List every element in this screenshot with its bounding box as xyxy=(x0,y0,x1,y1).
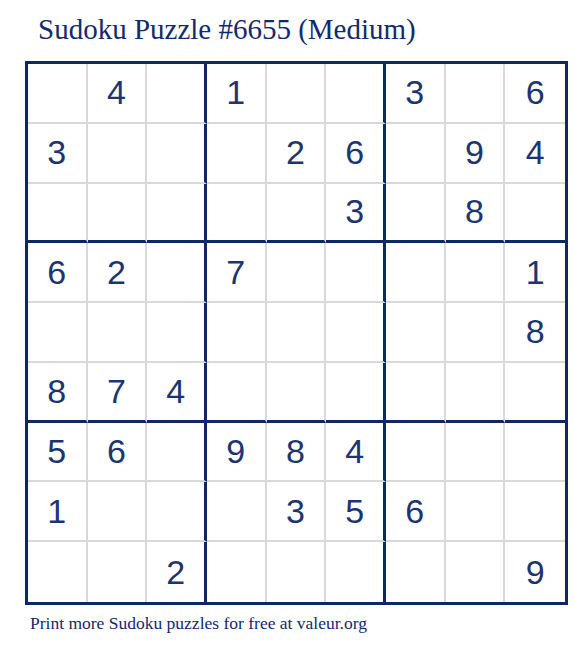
cell-r7c3[interactable] xyxy=(147,423,207,483)
cell-r4c8[interactable] xyxy=(446,243,506,303)
cell-r2c4[interactable] xyxy=(207,124,267,184)
cell-r8c6[interactable]: 5 xyxy=(326,482,386,542)
cell-r5c8[interactable] xyxy=(446,303,506,363)
cell-r4c6[interactable] xyxy=(326,243,386,303)
cell-r6c9[interactable] xyxy=(505,363,565,423)
cell-r8c8[interactable] xyxy=(446,482,506,542)
cell-r5c5[interactable] xyxy=(267,303,327,363)
cell-r9c3[interactable]: 2 xyxy=(147,542,207,602)
footer-text: Print more Sudoku puzzles for free at va… xyxy=(30,613,367,634)
cell-r3c8[interactable]: 8 xyxy=(446,184,506,244)
cell-r9c2[interactable] xyxy=(88,542,148,602)
cell-r1c6[interactable] xyxy=(326,64,386,124)
cell-r2c6[interactable]: 6 xyxy=(326,124,386,184)
cell-r2c8[interactable]: 9 xyxy=(446,124,506,184)
cell-r9c6[interactable] xyxy=(326,542,386,602)
cell-r6c5[interactable] xyxy=(267,363,327,423)
cell-r1c3[interactable] xyxy=(147,64,207,124)
cell-r5c3[interactable] xyxy=(147,303,207,363)
cell-r3c9[interactable] xyxy=(505,184,565,244)
cell-r7c4[interactable]: 9 xyxy=(207,423,267,483)
cell-r4c2[interactable]: 2 xyxy=(88,243,148,303)
cell-r7c9[interactable] xyxy=(505,423,565,483)
cell-r3c4[interactable] xyxy=(207,184,267,244)
cell-r6c3[interactable]: 4 xyxy=(147,363,207,423)
cell-r2c2[interactable] xyxy=(88,124,148,184)
cell-r6c1[interactable]: 8 xyxy=(28,363,88,423)
cell-r4c4[interactable]: 7 xyxy=(207,243,267,303)
cell-r5c7[interactable] xyxy=(386,303,446,363)
cell-r6c2[interactable]: 7 xyxy=(88,363,148,423)
cell-r6c8[interactable] xyxy=(446,363,506,423)
cell-r5c6[interactable] xyxy=(326,303,386,363)
cell-r3c2[interactable] xyxy=(88,184,148,244)
cell-r7c5[interactable]: 8 xyxy=(267,423,327,483)
cell-r9c7[interactable] xyxy=(386,542,446,602)
cell-r8c3[interactable] xyxy=(147,482,207,542)
cell-r8c1[interactable]: 1 xyxy=(28,482,88,542)
cell-r6c7[interactable] xyxy=(386,363,446,423)
cell-r3c1[interactable] xyxy=(28,184,88,244)
cell-r9c8[interactable] xyxy=(446,542,506,602)
cell-r7c2[interactable]: 6 xyxy=(88,423,148,483)
sudoku-board: 413632694386271887456984135629 xyxy=(25,61,568,605)
cell-r4c3[interactable] xyxy=(147,243,207,303)
cell-r7c7[interactable] xyxy=(386,423,446,483)
cell-r4c7[interactable] xyxy=(386,243,446,303)
sudoku-page: Sudoku Puzzle #6655 (Medium) 41363269438… xyxy=(0,0,574,651)
cell-r9c5[interactable] xyxy=(267,542,327,602)
cell-r1c5[interactable] xyxy=(267,64,327,124)
cell-r9c4[interactable] xyxy=(207,542,267,602)
cell-r7c8[interactable] xyxy=(446,423,506,483)
cell-r3c6[interactable]: 3 xyxy=(326,184,386,244)
cell-r3c5[interactable] xyxy=(267,184,327,244)
cell-r1c1[interactable] xyxy=(28,64,88,124)
cell-r7c6[interactable]: 4 xyxy=(326,423,386,483)
cell-r1c4[interactable]: 1 xyxy=(207,64,267,124)
cell-r5c9[interactable]: 8 xyxy=(505,303,565,363)
cell-r8c9[interactable] xyxy=(505,482,565,542)
cell-r1c7[interactable]: 3 xyxy=(386,64,446,124)
cell-r5c1[interactable] xyxy=(28,303,88,363)
cell-r9c1[interactable] xyxy=(28,542,88,602)
cell-r9c9[interactable]: 9 xyxy=(505,542,565,602)
cell-r7c1[interactable]: 5 xyxy=(28,423,88,483)
cell-r4c5[interactable] xyxy=(267,243,327,303)
cell-r4c9[interactable]: 1 xyxy=(505,243,565,303)
cell-r3c3[interactable] xyxy=(147,184,207,244)
cell-r5c2[interactable] xyxy=(88,303,148,363)
cell-r2c5[interactable]: 2 xyxy=(267,124,327,184)
cell-r8c4[interactable] xyxy=(207,482,267,542)
cell-r1c8[interactable] xyxy=(446,64,506,124)
cell-r8c7[interactable]: 6 xyxy=(386,482,446,542)
cell-r1c9[interactable]: 6 xyxy=(505,64,565,124)
cell-r1c2[interactable]: 4 xyxy=(88,64,148,124)
page-title: Sudoku Puzzle #6655 (Medium) xyxy=(38,12,416,47)
cell-r4c1[interactable]: 6 xyxy=(28,243,88,303)
cell-r3c7[interactable] xyxy=(386,184,446,244)
cell-r2c7[interactable] xyxy=(386,124,446,184)
cell-r6c6[interactable] xyxy=(326,363,386,423)
cell-r2c9[interactable]: 4 xyxy=(505,124,565,184)
cell-r6c4[interactable] xyxy=(207,363,267,423)
cell-r2c1[interactable]: 3 xyxy=(28,124,88,184)
cell-r2c3[interactable] xyxy=(147,124,207,184)
cell-r8c5[interactable]: 3 xyxy=(267,482,327,542)
cell-r5c4[interactable] xyxy=(207,303,267,363)
cell-r8c2[interactable] xyxy=(88,482,148,542)
